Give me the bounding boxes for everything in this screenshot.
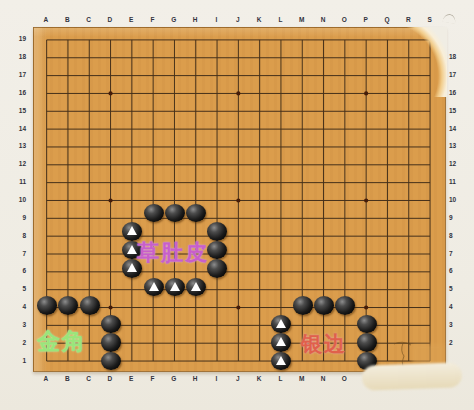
- col-label-L: L: [270, 373, 291, 383]
- row-label-15: 15: [10, 101, 26, 119]
- row-label-7: 7: [10, 244, 26, 262]
- row-label-12: 12: [10, 155, 26, 173]
- col-label-M: M: [291, 14, 312, 24]
- black-stone-M4: [293, 296, 313, 315]
- marked-black-stone-H5: [186, 278, 206, 297]
- curl-edge-mark: [442, 13, 456, 24]
- col-label-B: B: [57, 373, 78, 383]
- triangle-mark: [149, 282, 159, 291]
- marked-black-stone-F5: [144, 278, 164, 297]
- row-label-8: 8: [449, 226, 465, 244]
- marked-black-stone-L2: [271, 333, 291, 352]
- go-diagram-page: ABCDEFGHIJKLMNOPQRS ABCDEFGHIJKLMNO 1918…: [0, 0, 474, 410]
- col-label-G: G: [163, 373, 184, 383]
- row-label-16: 16: [449, 84, 465, 102]
- annotation-gold-corner: 金角: [37, 330, 87, 353]
- col-label-F: F: [142, 373, 163, 383]
- go-board: [33, 27, 446, 372]
- row-label-3: 3: [449, 315, 465, 333]
- triangle-mark: [170, 282, 180, 291]
- row-label-13: 13: [10, 137, 26, 155]
- triangle-mark: [276, 319, 286, 328]
- row-labels-left: 19181716151413121110987654321: [10, 30, 26, 369]
- col-label-P: P: [355, 14, 376, 24]
- col-label-R: R: [398, 14, 419, 24]
- black-stone-C4: [80, 296, 100, 315]
- black-stone-O4: [335, 296, 355, 315]
- black-stone-D2: [101, 333, 121, 352]
- triangle-mark: [191, 282, 201, 291]
- row-label-6: 6: [449, 262, 465, 280]
- row-label-16: 16: [10, 84, 26, 102]
- col-label-S: S: [419, 14, 440, 24]
- black-stone-P3: [357, 315, 377, 334]
- col-label-N: N: [312, 373, 333, 383]
- row-label-hidden: [449, 30, 465, 48]
- black-stone-G9: [165, 204, 185, 223]
- col-label-F: F: [142, 14, 163, 24]
- row-label-3: 3: [10, 315, 26, 333]
- triangle-mark: [127, 226, 137, 235]
- black-stone-H9: [186, 204, 206, 223]
- col-label-A: A: [35, 14, 56, 24]
- col-label-O: O: [334, 14, 355, 24]
- row-label-17: 17: [449, 66, 465, 84]
- row-label-11: 11: [449, 173, 465, 191]
- row-label-10: 10: [10, 191, 26, 209]
- triangle-mark: [276, 337, 286, 346]
- black-stone-P2: [357, 333, 377, 352]
- row-label-5: 5: [10, 280, 26, 298]
- row-label-2: 2: [449, 333, 465, 351]
- row-label-7: 7: [449, 244, 465, 262]
- black-stone-N4: [314, 296, 334, 315]
- row-label-17: 17: [10, 66, 26, 84]
- row-label-5: 5: [449, 280, 465, 298]
- smudge-artifact: [362, 362, 463, 390]
- col-label-Q: Q: [376, 14, 397, 24]
- row-label-9: 9: [449, 208, 465, 226]
- row-label-4: 4: [10, 298, 26, 316]
- row-label-12: 12: [449, 155, 465, 173]
- col-label-H: H: [185, 14, 206, 24]
- row-label-10: 10: [449, 191, 465, 209]
- annotation-silver-side: 银边: [301, 334, 347, 355]
- triangle-mark: [127, 245, 137, 254]
- row-label-15: 15: [449, 101, 465, 119]
- row-label-6: 6: [10, 262, 26, 280]
- column-labels-top: ABCDEFGHIJKLMNOPQRS: [35, 14, 440, 24]
- col-label-L: L: [270, 14, 291, 24]
- black-stone-I8: [207, 222, 227, 241]
- col-label-I: I: [206, 373, 227, 383]
- col-label-J: J: [227, 14, 248, 24]
- row-label-14: 14: [449, 119, 465, 137]
- row-label-18: 18: [449, 48, 465, 66]
- col-label-B: B: [57, 14, 78, 24]
- annotation-grass-belly: 草肚皮: [137, 242, 209, 264]
- col-label-D: D: [99, 14, 120, 24]
- col-label-H: H: [185, 373, 206, 383]
- row-label-19: 19: [10, 30, 26, 48]
- row-labels-right: 18171615141312111098765432: [449, 30, 465, 369]
- triangle-mark: [127, 263, 137, 272]
- col-label-A: A: [35, 373, 56, 383]
- marked-black-stone-G5: [165, 278, 185, 297]
- marked-black-stone-E8: [122, 222, 142, 241]
- col-label-D: D: [99, 373, 120, 383]
- black-stone-I7: [207, 241, 227, 260]
- row-label-11: 11: [10, 173, 26, 191]
- black-stone-B4: [58, 296, 78, 315]
- row-label-4: 4: [449, 298, 465, 316]
- col-label-C: C: [78, 14, 99, 24]
- marked-black-stone-L1: [271, 352, 291, 371]
- col-label-G: G: [163, 14, 184, 24]
- board-crack: [390, 334, 418, 368]
- marked-black-stone-L3: [271, 315, 291, 334]
- col-label-J: J: [227, 373, 248, 383]
- black-stone-F9: [144, 204, 164, 223]
- col-label-E: E: [121, 14, 142, 24]
- row-label-8: 8: [10, 226, 26, 244]
- col-label-M: M: [291, 373, 312, 383]
- black-stone-D3: [101, 315, 121, 334]
- black-stone-A4: [37, 296, 57, 315]
- row-label-13: 13: [449, 137, 465, 155]
- row-label-2: 2: [10, 333, 26, 351]
- col-label-K: K: [248, 373, 269, 383]
- row-label-9: 9: [10, 208, 26, 226]
- col-label-I: I: [206, 14, 227, 24]
- black-stone-D1: [101, 352, 121, 371]
- board-intersections: [36, 31, 441, 370]
- col-label-O: O: [334, 373, 355, 383]
- col-label-N: N: [312, 14, 333, 24]
- row-label-1: 1: [10, 351, 26, 369]
- black-stone-I6: [207, 259, 227, 278]
- row-label-14: 14: [10, 119, 26, 137]
- col-label-K: K: [248, 14, 269, 24]
- col-label-E: E: [121, 373, 142, 383]
- col-label-C: C: [78, 373, 99, 383]
- row-label-18: 18: [10, 48, 26, 66]
- triangle-mark: [276, 356, 286, 365]
